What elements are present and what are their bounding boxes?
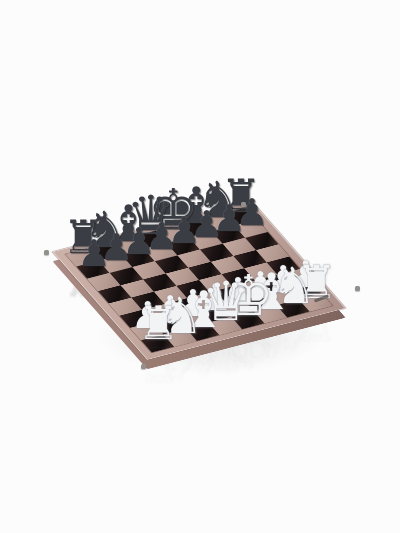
corner-pin: [355, 286, 360, 291]
corner-pin: [141, 364, 146, 369]
piece-white-rook: ♜: [128, 300, 188, 346]
corner-pin: [241, 202, 246, 207]
square-a1: ♜: [141, 334, 174, 352]
piece-black-pawn: ♟: [63, 235, 123, 272]
corner-pin: [44, 250, 49, 255]
product-photo: ♜♞♝♛♚♝♞♜♟♟♟♟♟♟♟♟♟♟♟♟♟♟♟♟♜♞♝♛♚♝♞♜: [0, 0, 400, 533]
